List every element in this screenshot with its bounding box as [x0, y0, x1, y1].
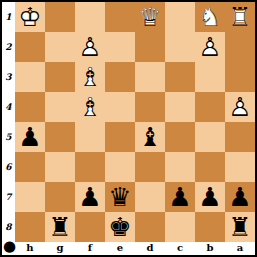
square-c6[interactable] — [165, 152, 195, 182]
rank-label-4: 4 — [2, 92, 15, 122]
white-bishop: ♗ — [75, 92, 105, 122]
square-h1[interactable]: ♚♔ — [15, 2, 45, 32]
square-g4[interactable] — [45, 92, 75, 122]
square-f8[interactable] — [75, 212, 105, 242]
square-h4[interactable] — [15, 92, 45, 122]
square-h8[interactable] — [15, 212, 45, 242]
square-a3[interactable] — [225, 62, 255, 92]
white-bishop: ♗ — [75, 62, 105, 92]
square-d6[interactable] — [135, 152, 165, 182]
white-pawn: ♙ — [195, 32, 225, 62]
square-f5[interactable] — [75, 122, 105, 152]
square-c1[interactable] — [165, 2, 195, 32]
black-pawn: ♟ — [225, 182, 255, 212]
file-label-d: d — [135, 242, 165, 255]
square-g5[interactable] — [45, 122, 75, 152]
white-pawn: ♙ — [225, 92, 255, 122]
square-c8[interactable] — [165, 212, 195, 242]
square-e4[interactable] — [105, 92, 135, 122]
square-b6[interactable] — [195, 152, 225, 182]
white-pawn: ♙ — [75, 32, 105, 62]
white-queen: ♕ — [135, 2, 165, 32]
file-label-a: a — [225, 242, 255, 255]
square-a7[interactable]: ♟ — [225, 182, 255, 212]
square-a5[interactable] — [225, 122, 255, 152]
file-label-f: f — [75, 242, 105, 255]
square-g7[interactable] — [45, 182, 75, 212]
square-e1[interactable] — [105, 2, 135, 32]
black-rook: ♜ — [45, 212, 75, 242]
file-label-h: h — [15, 242, 45, 255]
chess-board-diagram: 12345678 ♚♔♛♕♞♘♜♖♟♙♟♙♝♗♝♗♟♙♟♝♟♛♟♟♟♜♚♜ ● … — [0, 0, 257, 257]
square-b3[interactable] — [195, 62, 225, 92]
square-c7[interactable]: ♟ — [165, 182, 195, 212]
square-d4[interactable] — [135, 92, 165, 122]
square-a4[interactable]: ♟♙ — [225, 92, 255, 122]
square-d5[interactable]: ♝ — [135, 122, 165, 152]
white-knight: ♘ — [195, 2, 225, 32]
square-d3[interactable] — [135, 62, 165, 92]
board: ♚♔♛♕♞♘♜♖♟♙♟♙♝♗♝♗♟♙♟♝♟♛♟♟♟♜♚♜ — [15, 2, 255, 242]
square-b2[interactable]: ♟♙ — [195, 32, 225, 62]
square-e5[interactable] — [105, 122, 135, 152]
black-pawn: ♟ — [165, 182, 195, 212]
file-label-b: b — [195, 242, 225, 255]
square-f7[interactable]: ♟ — [75, 182, 105, 212]
square-e7[interactable]: ♛ — [105, 182, 135, 212]
square-a2[interactable] — [225, 32, 255, 62]
square-b7[interactable]: ♟ — [195, 182, 225, 212]
black-bishop: ♝ — [135, 122, 165, 152]
square-f4[interactable]: ♝♗ — [75, 92, 105, 122]
square-b8[interactable] — [195, 212, 225, 242]
square-h2[interactable] — [15, 32, 45, 62]
rank-label-3: 3 — [2, 62, 15, 92]
side-to-move-indicator: ● — [3, 241, 14, 252]
square-e2[interactable] — [105, 32, 135, 62]
rank-label-5: 5 — [2, 122, 15, 152]
square-f6[interactable] — [75, 152, 105, 182]
square-h3[interactable] — [15, 62, 45, 92]
black-pawn: ♟ — [15, 122, 45, 152]
square-h6[interactable] — [15, 152, 45, 182]
square-g3[interactable] — [45, 62, 75, 92]
white-rook: ♖ — [225, 2, 255, 32]
square-a1[interactable]: ♜♖ — [225, 2, 255, 32]
square-h5[interactable]: ♟ — [15, 122, 45, 152]
square-c5[interactable] — [165, 122, 195, 152]
square-c4[interactable] — [165, 92, 195, 122]
file-label-e: e — [105, 242, 135, 255]
black-king: ♚ — [105, 212, 135, 242]
rank-label-1: 1 — [2, 2, 15, 32]
square-g8[interactable]: ♜ — [45, 212, 75, 242]
square-c2[interactable] — [165, 32, 195, 62]
square-h7[interactable] — [15, 182, 45, 212]
square-f3[interactable]: ♝♗ — [75, 62, 105, 92]
file-labels: hgfedcba — [15, 242, 255, 255]
square-a6[interactable] — [225, 152, 255, 182]
square-a8[interactable]: ♜ — [225, 212, 255, 242]
square-d2[interactable] — [135, 32, 165, 62]
square-e6[interactable] — [105, 152, 135, 182]
square-g2[interactable] — [45, 32, 75, 62]
square-g1[interactable] — [45, 2, 75, 32]
black-rook: ♜ — [225, 212, 255, 242]
square-e8[interactable]: ♚ — [105, 212, 135, 242]
side-to-move-corner: ● — [2, 242, 15, 255]
square-d7[interactable] — [135, 182, 165, 212]
square-d8[interactable] — [135, 212, 165, 242]
square-f2[interactable]: ♟♙ — [75, 32, 105, 62]
rank-label-2: 2 — [2, 32, 15, 62]
square-b5[interactable] — [195, 122, 225, 152]
square-f1[interactable] — [75, 2, 105, 32]
file-label-g: g — [45, 242, 75, 255]
square-b4[interactable] — [195, 92, 225, 122]
square-d1[interactable]: ♛♕ — [135, 2, 165, 32]
rank-labels: 12345678 — [2, 2, 15, 242]
black-pawn: ♟ — [195, 182, 225, 212]
file-label-c: c — [165, 242, 195, 255]
square-b1[interactable]: ♞♘ — [195, 2, 225, 32]
white-king: ♔ — [15, 2, 45, 32]
rank-label-6: 6 — [2, 152, 15, 182]
black-queen: ♛ — [105, 182, 135, 212]
square-c3[interactable] — [165, 62, 195, 92]
rank-label-7: 7 — [2, 182, 15, 212]
square-e3[interactable] — [105, 62, 135, 92]
square-g6[interactable] — [45, 152, 75, 182]
black-pawn: ♟ — [75, 182, 105, 212]
